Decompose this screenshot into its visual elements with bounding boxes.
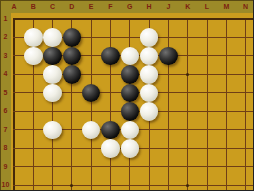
stone-white-H2[interactable]	[140, 28, 159, 47]
row-label: 7	[1, 126, 10, 134]
stone-black-G4[interactable]	[121, 65, 140, 84]
row-label: 5	[1, 89, 10, 97]
column-label: N	[240, 3, 252, 11]
column-label: H	[143, 3, 155, 11]
stone-black-F7[interactable]	[101, 121, 120, 140]
row-label: 8	[1, 144, 10, 152]
grid-line-vertical	[245, 18, 246, 191]
column-label: A	[8, 3, 20, 11]
row-label: 10	[1, 181, 10, 189]
column-label: L	[201, 3, 213, 11]
stone-black-J3[interactable]	[159, 47, 178, 66]
stone-black-D3[interactable]	[63, 47, 82, 66]
row-label: 9	[1, 163, 10, 171]
column-label: F	[105, 3, 117, 11]
column-label: C	[47, 3, 59, 11]
column-label: G	[124, 3, 136, 11]
stone-black-C3[interactable]	[43, 47, 62, 66]
stone-white-C2[interactable]	[43, 28, 62, 47]
column-label: M	[220, 3, 232, 11]
column-label: B	[27, 3, 39, 11]
grid-line-vertical	[110, 18, 111, 191]
stone-black-F3[interactable]	[101, 47, 120, 66]
column-label: K	[182, 3, 194, 11]
grid-line-horizontal	[13, 166, 254, 167]
grid-line-vertical	[13, 18, 15, 191]
stone-black-D4[interactable]	[63, 65, 82, 84]
stone-black-G6[interactable]	[121, 102, 140, 121]
grid-line-horizontal	[13, 18, 254, 20]
row-label: 3	[1, 52, 10, 60]
stone-white-B3[interactable]	[24, 47, 43, 66]
column-label: E	[85, 3, 97, 11]
column-label: J	[162, 3, 174, 11]
stone-black-D2[interactable]	[63, 28, 82, 47]
column-label: D	[66, 3, 78, 11]
star-point	[186, 73, 189, 76]
grid-line-vertical	[226, 18, 227, 191]
grid-line-vertical	[168, 18, 169, 191]
stone-black-G5[interactable]	[121, 84, 140, 103]
stone-white-G8[interactable]	[121, 139, 140, 158]
grid-line-horizontal	[13, 185, 254, 186]
star-point	[186, 184, 189, 187]
grid-line-vertical	[207, 18, 208, 191]
stone-white-H6[interactable]	[140, 102, 159, 121]
row-label: 6	[1, 107, 10, 115]
grid-line-vertical	[91, 18, 92, 191]
stone-white-G7[interactable]	[121, 121, 140, 140]
stone-white-F8[interactable]	[101, 139, 120, 158]
stone-white-H4[interactable]	[140, 65, 159, 84]
stone-white-C7[interactable]	[43, 121, 62, 140]
row-label: 4	[1, 70, 10, 78]
stone-white-C5[interactable]	[43, 84, 62, 103]
row-label: 1	[1, 15, 10, 23]
grid-line-vertical	[187, 18, 188, 191]
go-app-window: ABCDEFGHJKLMN12345678910	[0, 0, 253, 190]
stone-white-B2[interactable]	[24, 28, 43, 47]
row-label: 2	[1, 33, 10, 41]
stone-white-C4[interactable]	[43, 65, 62, 84]
stone-white-G3[interactable]	[121, 47, 140, 66]
